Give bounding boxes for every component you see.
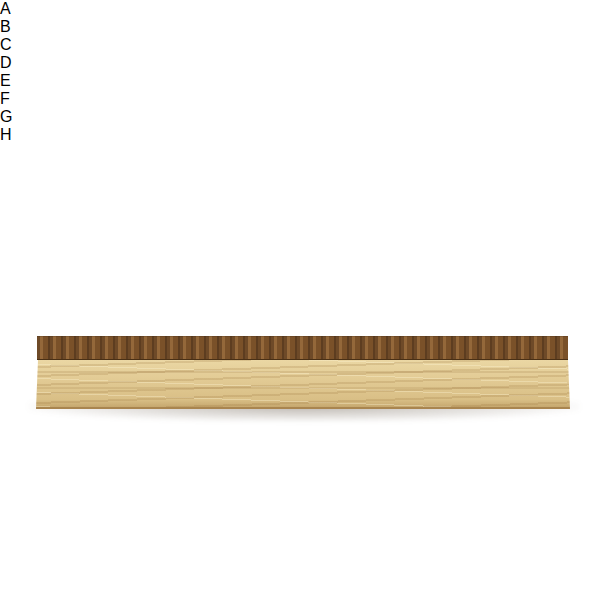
file-label-badge-b: B: [0, 18, 600, 36]
file-label-badge-e: E: [0, 72, 600, 90]
lid-edge-bevel: [37, 336, 568, 360]
file-label-badge-c: C: [0, 36, 600, 54]
brass-clasp-right[interactable]: [479, 372, 510, 400]
file-label-badge-g: G: [0, 108, 600, 126]
checker-stack-d1[interactable]: [0, 144, 62, 262]
file-label-badge-d: D: [0, 54, 600, 72]
board-top-surface: ABCDEFGH: [0, 0, 600, 144]
file-label-badge-f: F: [0, 90, 600, 108]
file-label-row: ABCDEFGH: [0, 0, 600, 144]
file-label-badge-h: H: [0, 126, 600, 144]
file-label-badge-a: A: [0, 0, 600, 18]
brass-clasp-left[interactable]: [90, 372, 121, 400]
product-photo-scene: ABCDEFGH: [0, 0, 600, 600]
